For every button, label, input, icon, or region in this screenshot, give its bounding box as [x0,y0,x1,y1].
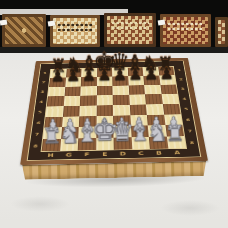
file-label: F [82,63,97,68]
square-g8 [60,138,79,150]
square-d7 [113,126,131,138]
square-b4 [145,94,162,104]
square-a7 [165,125,184,137]
square-g5 [62,106,79,117]
square-b6 [147,114,165,125]
square-d2 [112,76,128,85]
rank-label: 7 [183,125,196,137]
square-d6 [113,115,130,126]
board-middle: 12345678 12345678 [29,66,199,152]
square-g4 [63,96,80,106]
square-e6 [96,115,113,126]
square-h8 [42,139,61,151]
file-label: G [67,63,82,68]
file-label: E [97,63,112,68]
square-b5 [146,104,164,115]
rank-label: 3 [177,84,189,94]
square-f3 [80,86,96,96]
square-e5 [96,105,113,116]
square-c8 [131,137,150,149]
square-d1 [112,67,128,76]
square-a4 [161,94,179,104]
square-h4 [47,96,64,106]
product-photo-chess-set: HGFEDCBA 12345678 12345678 HGFEDCBA ♜♞♝♚… [0,0,228,228]
square-c5 [129,104,146,115]
square-c3 [128,85,145,95]
square-e8 [96,138,114,150]
chess-board: HGFEDCBA 12345678 12345678 HGFEDCBA [20,58,208,165]
rank-label: 2 [175,75,187,84]
square-g7 [61,127,79,139]
square-a1 [158,67,175,76]
file-label: A [168,149,187,158]
rank-label: 4 [178,94,190,104]
square-h2 [49,78,66,87]
square-c7 [131,126,149,138]
file-label: A [157,61,173,66]
square-a6 [164,114,183,125]
square-f1 [81,68,97,77]
square-d3 [112,85,128,95]
square-h1 [50,69,66,78]
file-label: H [52,63,68,68]
rank-label: 1 [174,66,185,75]
square-h3 [48,87,65,97]
file-label: C [132,149,151,158]
file-label: D [114,150,132,159]
file-label: E [96,150,114,159]
square-a2 [159,75,176,84]
square-g2 [65,77,81,86]
square-e1 [97,68,113,77]
file-label: F [78,150,96,159]
square-c4 [129,95,146,105]
square-h5 [46,106,64,117]
square-g1 [66,68,82,77]
coordinate-band: HGFEDCBA 12345678 12345678 HGFEDCBA [27,61,202,161]
square-e7 [96,126,114,138]
square-a3 [160,84,177,94]
square-h7 [43,127,62,139]
square-d5 [113,105,130,116]
rank-label: 8 [185,136,199,148]
file-label: G [59,151,78,160]
square-b7 [148,125,167,137]
chess-board-group: HGFEDCBA 12345678 12345678 HGFEDCBA ♜♞♝♚… [0,0,228,228]
square-b2 [143,76,160,85]
file-label: C [127,62,142,67]
square-e4 [96,95,113,105]
square-f4 [80,96,97,106]
square-e3 [96,86,112,96]
square-b3 [144,85,161,95]
square-g6 [62,116,80,127]
square-h6 [44,117,62,128]
square-f7 [78,127,96,139]
playing-squares [41,66,187,152]
square-d4 [113,95,130,105]
square-d8 [114,137,132,149]
file-label: B [142,62,158,67]
square-b1 [143,67,159,76]
square-f5 [79,105,96,116]
square-e2 [97,77,113,86]
rank-label: 5 [180,104,193,115]
square-g3 [64,86,81,96]
square-c6 [130,115,148,126]
square-f2 [81,77,97,86]
file-label: H [41,151,60,160]
file-label: D [112,62,127,67]
square-f8 [78,138,96,150]
square-c2 [128,76,144,85]
square-f6 [79,116,96,127]
square-a8 [166,136,185,148]
square-a5 [162,104,180,115]
file-label: B [150,149,169,158]
rank-label: 6 [181,114,194,125]
square-b8 [149,136,168,148]
square-c1 [127,67,143,76]
